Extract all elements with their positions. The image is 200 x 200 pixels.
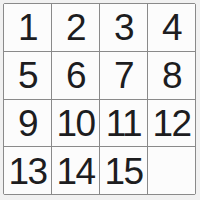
tile-12[interactable]: 12	[148, 100, 195, 147]
tile-9[interactable]: 9	[4, 100, 51, 147]
puzzle-board: 123456789101112131415	[3, 3, 196, 195]
tile-7[interactable]: 7	[100, 52, 147, 99]
tile-2[interactable]: 2	[52, 4, 99, 51]
tile-11[interactable]: 11	[100, 100, 147, 147]
tile-4[interactable]: 4	[148, 4, 195, 51]
tile-10[interactable]: 10	[52, 100, 99, 147]
tile-3[interactable]: 3	[100, 4, 147, 51]
empty-cell	[148, 147, 195, 194]
tile-1[interactable]: 1	[4, 4, 51, 51]
tile-6[interactable]: 6	[52, 52, 99, 99]
tile-14[interactable]: 14	[52, 147, 99, 194]
tile-5[interactable]: 5	[4, 52, 51, 99]
tile-13[interactable]: 13	[4, 147, 51, 194]
tile-15[interactable]: 15	[100, 147, 147, 194]
tile-8[interactable]: 8	[148, 52, 195, 99]
